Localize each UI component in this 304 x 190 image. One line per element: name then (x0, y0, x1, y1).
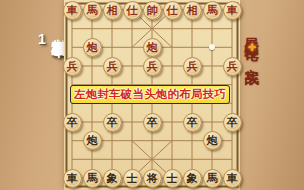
piece-character: 卒 (187, 116, 198, 127)
piece-red-advisor[interactable]: 仕 (163, 1, 182, 20)
piece-red-elephant[interactable]: 相 (183, 1, 202, 20)
piece-character: 馬 (87, 4, 98, 15)
piece-black-advisor[interactable]: 士 (163, 169, 182, 188)
lesson-title-text: 左炮封车破当头炮的布局技巧 (74, 87, 226, 102)
piece-character: 卒 (147, 116, 158, 127)
piece-black-elephant[interactable]: 象 (103, 169, 122, 188)
piece-character: 相 (107, 4, 118, 15)
piece-character: 卒 (67, 116, 78, 127)
right-channel-title-part1: 展老师理论 (244, 26, 260, 39)
piece-character: 卒 (107, 116, 118, 127)
piece-character: 馬 (207, 4, 218, 15)
piece-character: 馬 (207, 172, 218, 183)
piece-black-horse[interactable]: 馬 (83, 169, 102, 188)
piece-character: 兵 (67, 60, 78, 71)
piece-character: 仕 (167, 4, 178, 15)
piece-red-advisor[interactable]: 仕 (123, 1, 142, 20)
piece-character: 士 (127, 172, 138, 183)
piece-character: 炮 (87, 41, 98, 52)
right-channel-title: 展老师理论+实战 (243, 26, 261, 62)
piece-black-horse[interactable]: 馬 (203, 169, 222, 188)
piece-character: 兵 (107, 60, 118, 71)
piece-red-horse[interactable]: 馬 (203, 1, 222, 20)
piece-character: 車 (227, 4, 238, 15)
piece-black-general[interactable]: 将 (143, 169, 162, 188)
piece-character: 車 (67, 4, 78, 15)
piece-black-soldier[interactable]: 卒 (63, 113, 82, 132)
piece-red-horse[interactable]: 馬 (83, 1, 102, 20)
piece-character: 仕 (127, 4, 138, 15)
piece-black-advisor[interactable]: 士 (123, 169, 142, 188)
piece-character: 炮 (147, 41, 158, 52)
piece-character: 相 (187, 4, 198, 15)
piece-black-soldier[interactable]: 卒 (223, 113, 242, 132)
piece-black-soldier[interactable]: 卒 (143, 113, 162, 132)
piece-character: 炮 (207, 135, 218, 146)
piece-black-soldier[interactable]: 卒 (103, 113, 122, 132)
piece-character: 車 (67, 172, 78, 183)
piece-character: 象 (107, 172, 118, 183)
piece-black-chariot[interactable]: 車 (63, 169, 82, 188)
episode-number: 1 (34, 31, 50, 48)
piece-black-soldier[interactable]: 卒 (183, 113, 202, 132)
piece-character: 士 (167, 172, 178, 183)
piece-red-elephant[interactable]: 相 (103, 1, 122, 20)
piece-character: 炮 (87, 135, 98, 146)
piece-black-chariot[interactable]: 車 (223, 169, 242, 188)
piece-red-cannon[interactable]: 炮 (143, 38, 162, 57)
piece-character: 象 (187, 172, 198, 183)
piece-black-cannon[interactable]: 炮 (83, 131, 102, 150)
piece-red-chariot[interactable]: 車 (223, 1, 242, 20)
piece-red-cannon[interactable]: 炮 (83, 38, 102, 57)
piece-character: 将 (147, 172, 158, 183)
piece-character: 馬 (87, 172, 98, 183)
right-channel-title-part2: 实战 (244, 57, 260, 62)
piece-character: 兵 (187, 60, 198, 71)
piece-character: 帥 (147, 4, 158, 15)
piece-red-soldier[interactable]: 兵 (223, 57, 242, 76)
piece-black-elephant[interactable]: 象 (183, 169, 202, 188)
piece-red-soldier[interactable]: 兵 (143, 57, 162, 76)
piece-red-general[interactable]: 帥 (143, 1, 162, 20)
piece-character: 兵 (147, 60, 158, 71)
piece-red-soldier[interactable]: 兵 (183, 57, 202, 76)
piece-black-cannon[interactable]: 炮 (203, 131, 222, 150)
piece-character: 卒 (227, 116, 238, 127)
piece-red-soldier[interactable]: 兵 (103, 57, 122, 76)
video-frame: 左炮封车破直横车 1 車馬相仕帥仕相馬車炮炮兵兵兵兵兵卒卒卒卒卒炮炮車馬象士将士… (0, 0, 304, 190)
piece-character: 兵 (227, 60, 238, 71)
piece-red-chariot[interactable]: 車 (63, 1, 82, 20)
lesson-title-banner: 左炮封车破当头炮的布局技巧 (70, 85, 230, 104)
piece-red-soldier[interactable]: 兵 (63, 57, 82, 76)
left-series-title: 左炮封车破直横车 1 (34, 28, 68, 48)
piece-character: 車 (227, 172, 238, 183)
plus-accent: + (244, 39, 260, 58)
